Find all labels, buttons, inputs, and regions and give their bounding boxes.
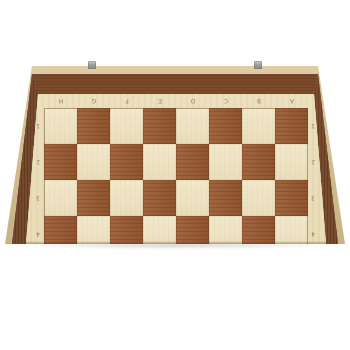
rank-label-right-1: 1 [311,123,315,129]
hinge-right [254,61,262,69]
chessboard: HGFEDCBA12341234 [0,0,350,244]
square-f4[interactable] [110,216,143,244]
rank-label-left-4: 4 [36,231,40,237]
square-h1[interactable] [44,108,77,144]
file-label-e: E [158,98,162,104]
square-e4[interactable] [143,216,176,244]
chessboard-photo: HGFEDCBA12341234 [0,0,350,350]
square-g2[interactable] [77,144,110,180]
square-b3[interactable] [242,180,275,216]
square-a3[interactable] [275,180,308,216]
square-f1[interactable] [110,108,143,144]
square-a2[interactable] [275,144,308,180]
rank-label-right-3: 3 [311,195,315,201]
square-a1[interactable] [275,108,308,144]
square-e3[interactable] [143,180,176,216]
drop-shadow [10,243,340,248]
square-g4[interactable] [77,216,110,244]
square-b2[interactable] [242,144,275,180]
square-h4[interactable] [44,216,77,244]
rank-label-right-2: 2 [311,159,315,165]
square-c4[interactable] [209,216,242,244]
rank-label-left-3: 3 [36,195,40,201]
square-f3[interactable] [110,180,143,216]
file-label-c: C [223,98,227,104]
square-c3[interactable] [209,180,242,216]
square-h3[interactable] [44,180,77,216]
square-b4[interactable] [242,216,275,244]
rank-label-right-4: 4 [311,231,315,237]
file-label-a: A [289,98,293,104]
square-d4[interactable] [176,216,209,244]
square-a4[interactable] [275,216,308,244]
square-g1[interactable] [77,108,110,144]
square-b1[interactable] [242,108,275,144]
file-label-g: G [91,98,96,104]
square-e2[interactable] [143,144,176,180]
file-label-b: B [256,98,260,104]
file-label-h: H [58,98,63,104]
square-d3[interactable] [176,180,209,216]
board-grid [44,108,308,244]
rank-label-left-2: 2 [36,159,40,165]
rank-label-left-1: 1 [36,123,40,129]
square-g3[interactable] [77,180,110,216]
square-c2[interactable] [209,144,242,180]
square-d2[interactable] [176,144,209,180]
square-d1[interactable] [176,108,209,144]
square-f2[interactable] [110,144,143,180]
file-label-f: F [125,98,128,104]
square-h2[interactable] [44,144,77,180]
square-c1[interactable] [209,108,242,144]
square-e1[interactable] [143,108,176,144]
file-label-d: D [190,98,195,104]
hinge-left [88,61,96,69]
